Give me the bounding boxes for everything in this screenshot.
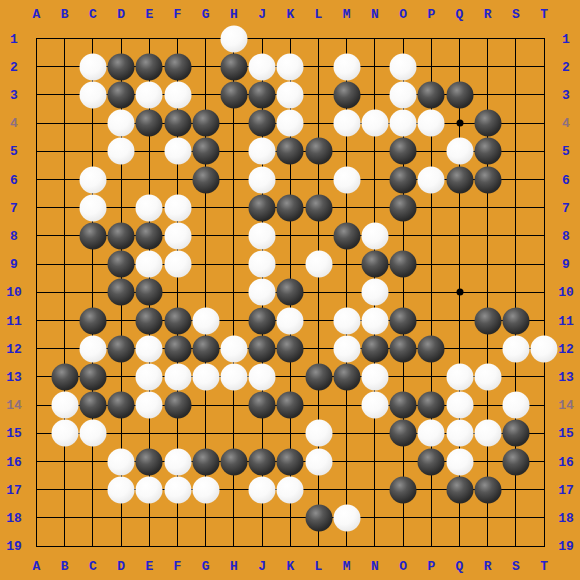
- row-label-left: 18: [6, 510, 22, 525]
- stone-black-J7[interactable]: [249, 194, 276, 221]
- row-label-left: 19: [6, 539, 22, 554]
- stone-black-L18[interactable]: [305, 504, 332, 531]
- stone-black-Q17[interactable]: [446, 476, 473, 503]
- row-label-right: 1: [562, 31, 570, 46]
- row-label-left: 13: [6, 369, 22, 384]
- column-label-top: F: [174, 7, 182, 22]
- stone-black-N12[interactable]: [361, 335, 388, 362]
- stone-white-D17[interactable]: [108, 476, 135, 503]
- stone-black-K7[interactable]: [277, 194, 304, 221]
- row-label-right: 12: [558, 341, 574, 356]
- stone-white-B15[interactable]: [51, 420, 78, 447]
- stone-black-K14[interactable]: [277, 392, 304, 419]
- stone-white-F8[interactable]: [164, 222, 191, 249]
- row-label-right: 5: [562, 144, 570, 159]
- column-label-top: H: [230, 7, 238, 22]
- stone-black-D9[interactable]: [108, 251, 135, 278]
- stone-black-J4[interactable]: [249, 110, 276, 137]
- column-label-bottom: H: [230, 559, 238, 574]
- row-label-left: 4: [10, 116, 18, 131]
- stone-white-M12[interactable]: [333, 335, 360, 362]
- stone-black-R11[interactable]: [474, 307, 501, 334]
- stone-black-K10[interactable]: [277, 279, 304, 306]
- stone-white-E9[interactable]: [136, 251, 163, 278]
- stone-white-Q13[interactable]: [446, 363, 473, 390]
- stone-white-J9[interactable]: [249, 251, 276, 278]
- star-point: [456, 120, 463, 127]
- stone-black-D2[interactable]: [108, 53, 135, 80]
- stone-white-Q14[interactable]: [446, 392, 473, 419]
- column-label-top: L: [315, 7, 323, 22]
- column-label-top: B: [61, 7, 69, 22]
- stone-black-J3[interactable]: [249, 81, 276, 108]
- stone-white-K4[interactable]: [277, 110, 304, 137]
- stone-white-C2[interactable]: [79, 53, 106, 80]
- stone-black-O14[interactable]: [390, 392, 417, 419]
- row-label-left: 16: [6, 454, 22, 469]
- stone-white-M11[interactable]: [333, 307, 360, 334]
- stone-white-F16[interactable]: [164, 448, 191, 475]
- row-label-right: 14: [558, 398, 574, 413]
- column-label-top: S: [512, 7, 520, 22]
- column-label-top: R: [484, 7, 492, 22]
- stone-black-D12[interactable]: [108, 335, 135, 362]
- stone-black-S16[interactable]: [502, 448, 529, 475]
- stone-white-J17[interactable]: [249, 476, 276, 503]
- stone-black-O5[interactable]: [390, 138, 417, 165]
- column-label-bottom: Q: [456, 559, 464, 574]
- column-label-top: C: [89, 7, 97, 22]
- stone-black-G4[interactable]: [192, 110, 219, 137]
- stone-white-H1[interactable]: [220, 25, 247, 52]
- column-label-bottom: C: [89, 559, 97, 574]
- stone-black-O7[interactable]: [390, 194, 417, 221]
- column-label-top: A: [33, 7, 41, 22]
- grid-line-horizontal: [36, 517, 545, 518]
- row-label-left: 14: [6, 398, 22, 413]
- stone-white-C12[interactable]: [79, 335, 106, 362]
- stone-black-R6[interactable]: [474, 166, 501, 193]
- stone-white-N11[interactable]: [361, 307, 388, 334]
- column-label-top: K: [286, 7, 294, 22]
- column-label-top: M: [343, 7, 351, 22]
- stone-white-G17[interactable]: [192, 476, 219, 503]
- stone-white-O2[interactable]: [390, 53, 417, 80]
- stone-white-S12[interactable]: [502, 335, 529, 362]
- column-label-bottom: N: [371, 559, 379, 574]
- column-label-bottom: G: [202, 559, 210, 574]
- stone-black-R4[interactable]: [474, 110, 501, 137]
- stone-white-P6[interactable]: [418, 166, 445, 193]
- stone-white-L15[interactable]: [305, 420, 332, 447]
- stone-white-C3[interactable]: [79, 81, 106, 108]
- stone-white-P4[interactable]: [418, 110, 445, 137]
- column-label-top: Q: [456, 7, 464, 22]
- stone-black-O6[interactable]: [390, 166, 417, 193]
- stone-black-K5[interactable]: [277, 138, 304, 165]
- stone-black-C13[interactable]: [79, 363, 106, 390]
- stone-black-N9[interactable]: [361, 251, 388, 278]
- row-label-left: 9: [10, 257, 18, 272]
- stone-black-K12[interactable]: [277, 335, 304, 362]
- stone-black-F4[interactable]: [164, 110, 191, 137]
- column-label-top: T: [540, 7, 548, 22]
- column-label-bottom: D: [117, 559, 125, 574]
- stone-black-O17[interactable]: [390, 476, 417, 503]
- row-label-right: 11: [558, 313, 574, 328]
- stone-white-C15[interactable]: [79, 420, 106, 447]
- stone-black-M8[interactable]: [333, 222, 360, 249]
- stone-white-M6[interactable]: [333, 166, 360, 193]
- row-label-right: 10: [558, 285, 574, 300]
- stone-black-H16[interactable]: [220, 448, 247, 475]
- stone-white-J10[interactable]: [249, 279, 276, 306]
- column-label-bottom: K: [286, 559, 294, 574]
- stone-black-G12[interactable]: [192, 335, 219, 362]
- stone-black-H2[interactable]: [220, 53, 247, 80]
- stone-white-R13[interactable]: [474, 363, 501, 390]
- go-board: AABBCCDDEEFFGGHHJJKKLLMMNNOOPPQQRRSSTT11…: [0, 0, 580, 580]
- row-label-right: 19: [558, 539, 574, 554]
- column-label-bottom: F: [174, 559, 182, 574]
- stone-black-O11[interactable]: [390, 307, 417, 334]
- stone-black-O9[interactable]: [390, 251, 417, 278]
- stone-black-E8[interactable]: [136, 222, 163, 249]
- stone-white-L16[interactable]: [305, 448, 332, 475]
- stone-black-D10[interactable]: [108, 279, 135, 306]
- stone-black-B13[interactable]: [51, 363, 78, 390]
- stone-black-Q6[interactable]: [446, 166, 473, 193]
- stone-white-E12[interactable]: [136, 335, 163, 362]
- stone-white-E7[interactable]: [136, 194, 163, 221]
- stone-white-J2[interactable]: [249, 53, 276, 80]
- stone-white-T12[interactable]: [531, 335, 558, 362]
- row-label-right: 3: [562, 87, 570, 102]
- column-label-bottom: J: [258, 559, 266, 574]
- stone-black-P12[interactable]: [418, 335, 445, 362]
- column-label-bottom: S: [512, 559, 520, 574]
- stone-white-K3[interactable]: [277, 81, 304, 108]
- stone-black-J16[interactable]: [249, 448, 276, 475]
- stone-black-G5[interactable]: [192, 138, 219, 165]
- stone-white-H13[interactable]: [220, 363, 247, 390]
- grid-line-vertical: [544, 38, 545, 547]
- stone-white-D16[interactable]: [108, 448, 135, 475]
- row-label-left: 7: [10, 200, 18, 215]
- stone-white-J13[interactable]: [249, 363, 276, 390]
- star-point: [456, 289, 463, 296]
- row-label-left: 5: [10, 144, 18, 159]
- stone-white-B14[interactable]: [51, 392, 78, 419]
- stone-black-J11[interactable]: [249, 307, 276, 334]
- stone-white-N14[interactable]: [361, 392, 388, 419]
- stone-black-F11[interactable]: [164, 307, 191, 334]
- stone-black-M3[interactable]: [333, 81, 360, 108]
- stone-white-P15[interactable]: [418, 420, 445, 447]
- row-label-left: 8: [10, 228, 18, 243]
- column-label-bottom: B: [61, 559, 69, 574]
- stone-black-S15[interactable]: [502, 420, 529, 447]
- stone-white-D5[interactable]: [108, 138, 135, 165]
- stone-black-H3[interactable]: [220, 81, 247, 108]
- stone-white-G13[interactable]: [192, 363, 219, 390]
- stone-black-L5[interactable]: [305, 138, 332, 165]
- column-label-top: O: [399, 7, 407, 22]
- stone-white-Q15[interactable]: [446, 420, 473, 447]
- stone-white-H12[interactable]: [220, 335, 247, 362]
- stone-white-F17[interactable]: [164, 476, 191, 503]
- row-label-right: 9: [562, 257, 570, 272]
- stone-white-E14[interactable]: [136, 392, 163, 419]
- column-label-bottom: L: [315, 559, 323, 574]
- stone-black-J12[interactable]: [249, 335, 276, 362]
- row-label-left: 1: [10, 31, 18, 46]
- stone-black-F12[interactable]: [164, 335, 191, 362]
- stone-white-E13[interactable]: [136, 363, 163, 390]
- row-label-right: 16: [558, 454, 574, 469]
- stone-white-O3[interactable]: [390, 81, 417, 108]
- row-label-right: 17: [558, 482, 574, 497]
- column-label-bottom: M: [343, 559, 351, 574]
- column-label-bottom: E: [145, 559, 153, 574]
- row-label-left: 12: [6, 341, 22, 356]
- stone-white-M2[interactable]: [333, 53, 360, 80]
- stone-white-M18[interactable]: [333, 504, 360, 531]
- row-label-right: 18: [558, 510, 574, 525]
- stone-white-E17[interactable]: [136, 476, 163, 503]
- stone-white-N10[interactable]: [361, 279, 388, 306]
- stone-white-G11[interactable]: [192, 307, 219, 334]
- stone-white-F13[interactable]: [164, 363, 191, 390]
- stone-white-R15[interactable]: [474, 420, 501, 447]
- column-label-top: P: [427, 7, 435, 22]
- stone-white-F9[interactable]: [164, 251, 191, 278]
- row-label-right: 7: [562, 200, 570, 215]
- row-label-left: 6: [10, 172, 18, 187]
- stone-black-C8[interactable]: [79, 222, 106, 249]
- stone-black-L7[interactable]: [305, 194, 332, 221]
- column-label-top: E: [145, 7, 153, 22]
- stone-white-D4[interactable]: [108, 110, 135, 137]
- stone-white-K11[interactable]: [277, 307, 304, 334]
- column-label-bottom: T: [540, 559, 548, 574]
- column-label-bottom: R: [484, 559, 492, 574]
- row-label-left: 15: [6, 426, 22, 441]
- stone-white-K17[interactable]: [277, 476, 304, 503]
- stone-white-J5[interactable]: [249, 138, 276, 165]
- stone-black-E2[interactable]: [136, 53, 163, 80]
- stone-black-L13[interactable]: [305, 363, 332, 390]
- stone-black-O15[interactable]: [390, 420, 417, 447]
- row-label-right: 8: [562, 228, 570, 243]
- row-label-right: 2: [562, 59, 570, 74]
- stone-black-D14[interactable]: [108, 392, 135, 419]
- stone-black-D8[interactable]: [108, 222, 135, 249]
- stone-black-P16[interactable]: [418, 448, 445, 475]
- column-label-bottom: P: [427, 559, 435, 574]
- column-label-bottom: A: [33, 559, 41, 574]
- stone-white-L9[interactable]: [305, 251, 332, 278]
- stone-black-K16[interactable]: [277, 448, 304, 475]
- column-label-bottom: O: [399, 559, 407, 574]
- stone-black-D3[interactable]: [108, 81, 135, 108]
- column-label-top: J: [258, 7, 266, 22]
- stone-black-M13[interactable]: [333, 363, 360, 390]
- stone-white-O4[interactable]: [390, 110, 417, 137]
- row-label-left: 3: [10, 87, 18, 102]
- column-label-top: N: [371, 7, 379, 22]
- stone-white-E3[interactable]: [136, 81, 163, 108]
- stone-white-Q16[interactable]: [446, 448, 473, 475]
- stone-black-P14[interactable]: [418, 392, 445, 419]
- stone-black-E4[interactable]: [136, 110, 163, 137]
- grid-line-horizontal: [36, 546, 545, 547]
- row-label-right: 13: [558, 369, 574, 384]
- stone-black-C11[interactable]: [79, 307, 106, 334]
- stone-white-K2[interactable]: [277, 53, 304, 80]
- stone-black-G16[interactable]: [192, 448, 219, 475]
- stone-black-F2[interactable]: [164, 53, 191, 80]
- stone-white-Q5[interactable]: [446, 138, 473, 165]
- row-label-right: 15: [558, 426, 574, 441]
- stone-white-J8[interactable]: [249, 222, 276, 249]
- stone-white-F5[interactable]: [164, 138, 191, 165]
- stone-white-N4[interactable]: [361, 110, 388, 137]
- stone-white-F7[interactable]: [164, 194, 191, 221]
- stone-black-Q3[interactable]: [446, 81, 473, 108]
- stone-white-C6[interactable]: [79, 166, 106, 193]
- stone-white-M4[interactable]: [333, 110, 360, 137]
- stone-white-J6[interactable]: [249, 166, 276, 193]
- stone-white-N8[interactable]: [361, 222, 388, 249]
- stone-white-F3[interactable]: [164, 81, 191, 108]
- row-label-left: 2: [10, 59, 18, 74]
- stone-black-R5[interactable]: [474, 138, 501, 165]
- stone-black-G6[interactable]: [192, 166, 219, 193]
- stone-black-E11[interactable]: [136, 307, 163, 334]
- row-label-right: 4: [562, 116, 570, 131]
- stone-black-F14[interactable]: [164, 392, 191, 419]
- stone-white-N13[interactable]: [361, 363, 388, 390]
- stone-black-E16[interactable]: [136, 448, 163, 475]
- stone-white-S14[interactable]: [502, 392, 529, 419]
- stone-black-P3[interactable]: [418, 81, 445, 108]
- row-label-right: 6: [562, 172, 570, 187]
- stone-black-R17[interactable]: [474, 476, 501, 503]
- stone-black-C14[interactable]: [79, 392, 106, 419]
- stone-black-O12[interactable]: [390, 335, 417, 362]
- column-label-top: D: [117, 7, 125, 22]
- stone-black-S11[interactable]: [502, 307, 529, 334]
- stone-white-C7[interactable]: [79, 194, 106, 221]
- stone-black-E10[interactable]: [136, 279, 163, 306]
- stone-black-J14[interactable]: [249, 392, 276, 419]
- column-label-top: G: [202, 7, 210, 22]
- row-label-left: 17: [6, 482, 22, 497]
- row-label-left: 10: [6, 285, 22, 300]
- row-label-left: 11: [6, 313, 22, 328]
